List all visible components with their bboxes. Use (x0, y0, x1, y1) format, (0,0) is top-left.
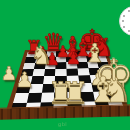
clock-tick (128, 10, 130, 12)
clock-tick (128, 30, 130, 32)
clock-tick (123, 26, 125, 28)
piece-gold-rook[interactable]: ♜ (61, 78, 89, 109)
piece-red-pawn[interactable]: ♟ (66, 50, 81, 67)
chess-app-window: ♜♛♝♚♜♟♟♟♝♟♞♟♟♞♝♟♟♚♜♜♝♞♟ gbl (0, 0, 130, 130)
board-square[interactable] (27, 93, 42, 103)
clock-tick (123, 15, 125, 17)
piece-gold-knight[interactable]: ♞ (30, 43, 52, 68)
watermark-text: gbl (58, 121, 67, 127)
clock-tick (122, 20, 124, 22)
piece-gold-knight[interactable]: ♞ (101, 73, 130, 108)
piece-gold-pawn[interactable]: ♟ (15, 70, 34, 91)
